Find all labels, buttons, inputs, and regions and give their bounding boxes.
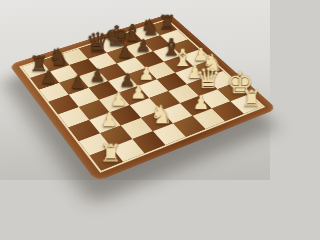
- piece-white-pawn-c4[interactable]: ♟: [107, 90, 130, 109]
- piece-white-pawn-f2[interactable]: ♟: [189, 93, 212, 112]
- board-grid: ♜♞♛♚♝♞♜♟♟♟♟♟♝♟♟♝♟♟♟♟♞♟♛♞♟♚♜♜: [22, 20, 263, 170]
- piece-black-pawn-c6[interactable]: ♟: [86, 67, 108, 85]
- photo-backdrop: ♜♞♛♚♝♞♜♟♟♟♟♟♝♟♟♝♟♟♟♟♞♟♛♞♟♚♜♜: [0, 0, 270, 180]
- piece-white-knight-d2[interactable]: ♞: [150, 102, 173, 128]
- piece-white-pawn-d4[interactable]: ♟: [127, 83, 150, 101]
- piece-black-pawn-f7[interactable]: ♟: [133, 37, 154, 54]
- piece-black-knight-b8[interactable]: ♞: [48, 45, 69, 68]
- chess-board-frame: ♜♞♛♚♝♞♜♟♟♟♟♟♝♟♟♝♟♟♟♟♞♟♛♞♟♚♜♜: [9, 14, 270, 180]
- piece-black-pawn-e7[interactable]: ♟: [114, 43, 135, 60]
- piece-white-pawn-b3[interactable]: ♟: [97, 110, 121, 129]
- piece-black-queen-d8[interactable]: ♛: [86, 30, 107, 57]
- piece-white-queen-g3[interactable]: ♛: [195, 65, 217, 93]
- piece-white-pawn-e5[interactable]: ♟: [135, 65, 157, 83]
- chess-board-trim: ♜♞♛♚♝♞♜♟♟♟♟♟♝♟♟♝♟♟♟♟♞♟♛♞♟♚♜♜: [19, 19, 265, 173]
- piece-black-pawn-a7[interactable]: ♟: [37, 68, 59, 86]
- piece-white-rook-a1[interactable]: ♜: [98, 141, 123, 166]
- piece-white-rook-h1[interactable]: ♜: [240, 88, 263, 111]
- piece-black-rook-h8[interactable]: ♜: [157, 13, 177, 33]
- piece-black-pawn-b6[interactable]: ♟: [67, 73, 89, 91]
